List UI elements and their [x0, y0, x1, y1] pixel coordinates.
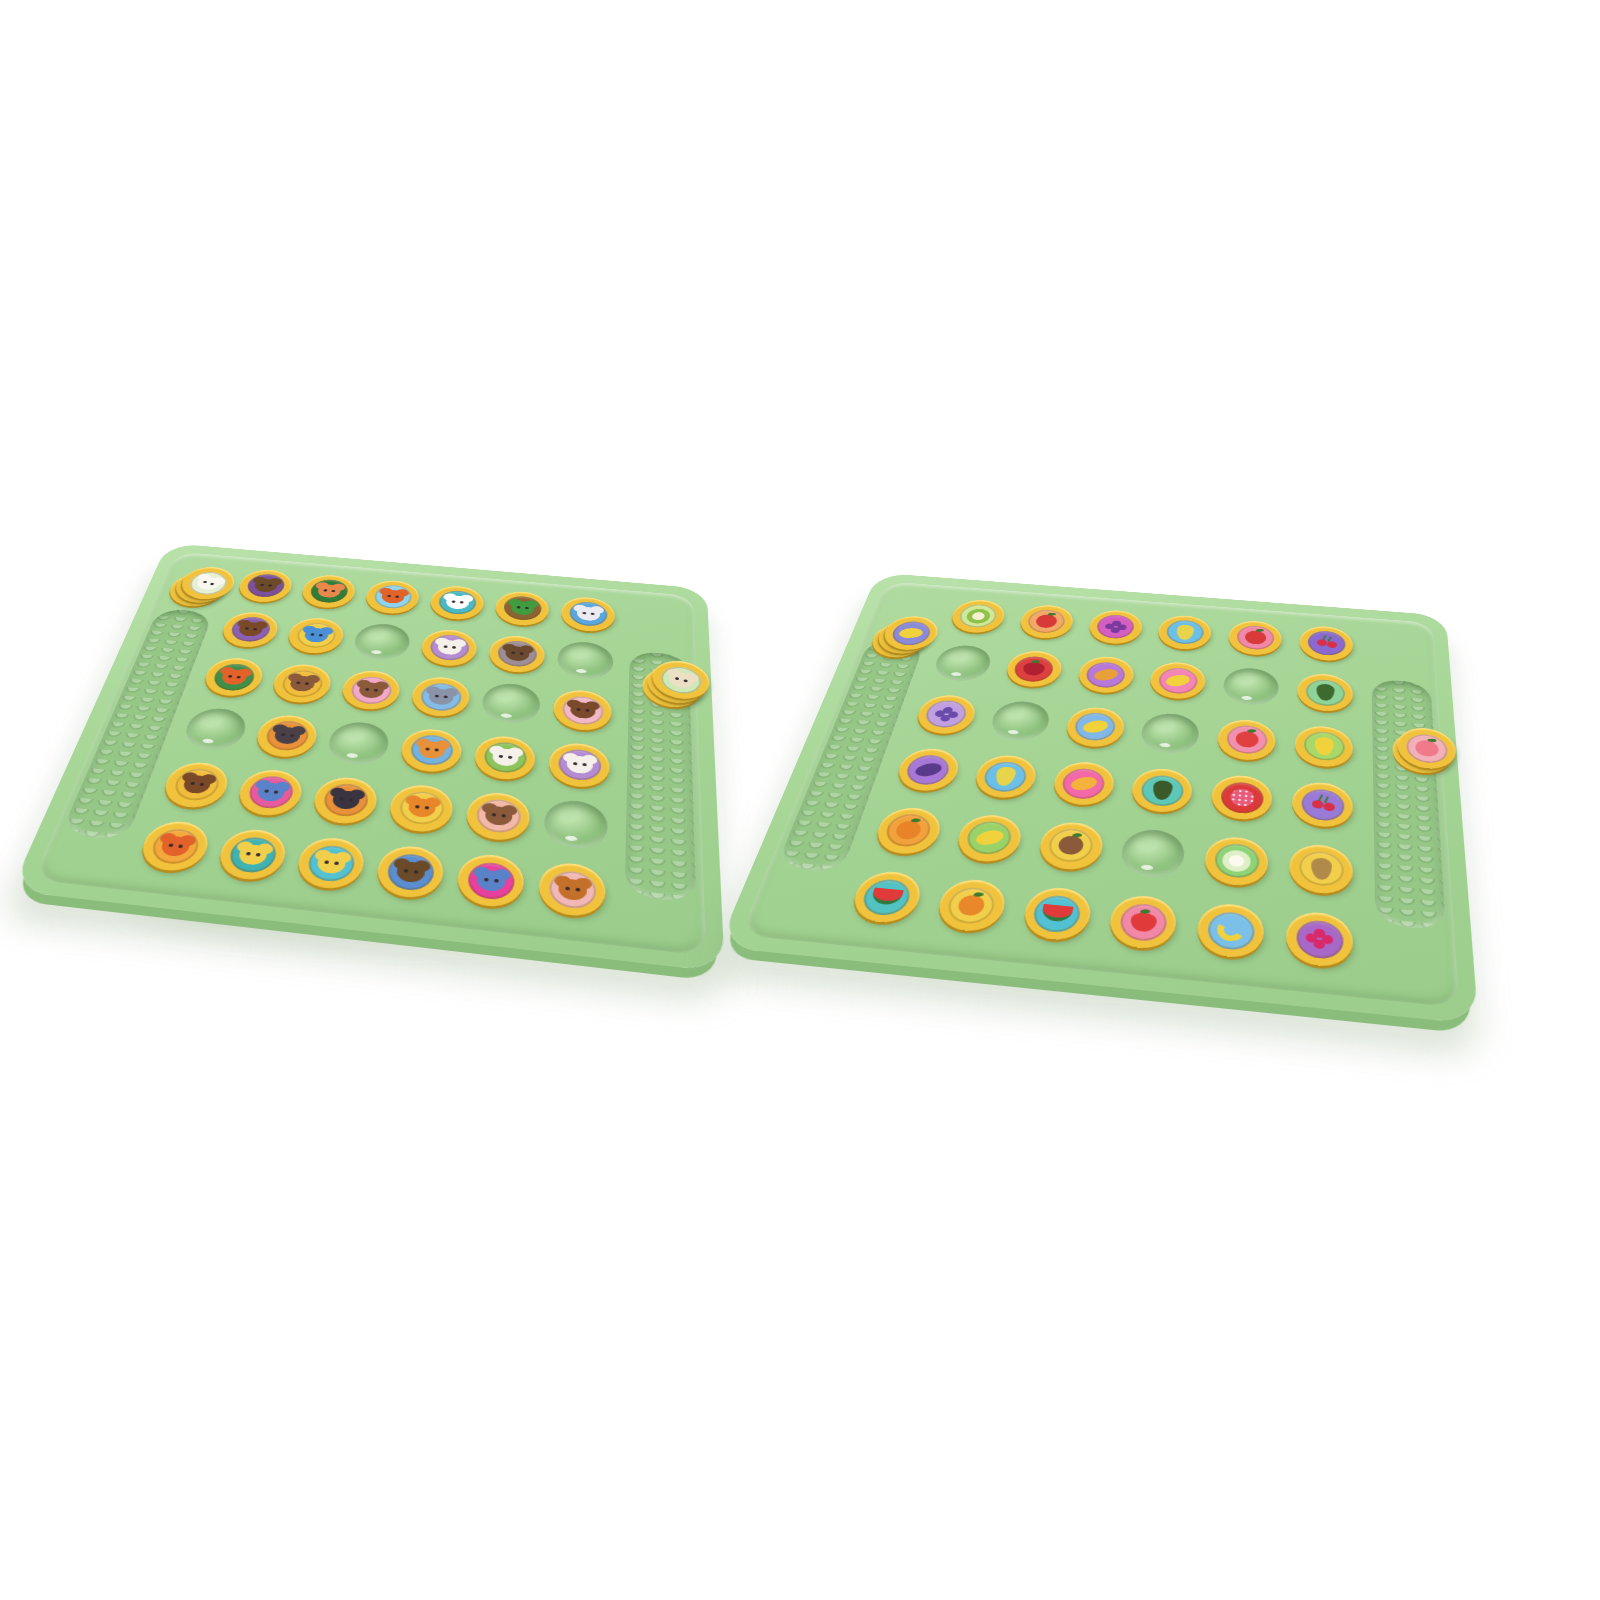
- board-slot: [975, 691, 1064, 751]
- pear-icon: [994, 766, 1018, 786]
- tile-face: [1236, 624, 1275, 650]
- board-slot: [528, 852, 614, 929]
- tile-face: [1298, 850, 1343, 888]
- board-slot: [276, 610, 355, 662]
- rabbit-icon: [445, 595, 470, 610]
- tile-face: [1095, 614, 1136, 640]
- tile-face: [1118, 902, 1169, 943]
- empty-dimple[interactable]: [325, 720, 393, 767]
- tile-face: [557, 748, 601, 782]
- walrus-icon: [288, 675, 316, 692]
- tile-face: [1301, 787, 1344, 822]
- mouse-icon: [272, 726, 301, 745]
- moose-icon: [557, 878, 587, 901]
- tile-face: [1012, 655, 1056, 683]
- dragonfruit-icon: [1229, 788, 1254, 807]
- board-slot: [480, 628, 554, 682]
- tile-face: [482, 740, 528, 774]
- tile-watermelon[interactable]: [1019, 885, 1093, 942]
- tile-face: [1139, 774, 1185, 808]
- tile-cherry[interactable]: [1291, 781, 1352, 830]
- tile-tiger-cub[interactable]: [386, 783, 455, 835]
- tile-face: [1213, 842, 1260, 879]
- tile-pear[interactable]: [1294, 724, 1353, 769]
- tile-face: [1219, 781, 1264, 815]
- tile-face: [882, 813, 935, 849]
- board-slot: [290, 567, 366, 615]
- tile-face: [418, 681, 463, 712]
- board-slot: [1006, 875, 1107, 955]
- board-slot: [1006, 596, 1087, 647]
- tile-eggplant[interactable]: [893, 747, 964, 793]
- tile-lemon[interactable]: [1063, 705, 1127, 748]
- board-slot: [1037, 751, 1127, 817]
- tile-face: [307, 578, 350, 604]
- board-slot: [401, 668, 480, 726]
- tile-horse[interactable]: [338, 669, 403, 712]
- coconut-icon: [1057, 835, 1085, 856]
- lemon-icon: [1164, 673, 1192, 688]
- fox-icon: [219, 669, 248, 686]
- board-slot: [1183, 891, 1277, 973]
- chick-icon: [236, 843, 269, 865]
- kiwi-icon: [1222, 849, 1252, 873]
- tile-turtle[interactable]: [494, 590, 551, 628]
- tile-duck[interactable]: [293, 835, 368, 891]
- tile-banana[interactable]: [1195, 902, 1265, 960]
- lemon-icon: [974, 828, 1005, 847]
- tile-face: [981, 760, 1030, 793]
- tile-face: [279, 669, 326, 699]
- tile-face: [1072, 712, 1117, 743]
- sheep-icon: [566, 755, 593, 774]
- board-slot: [1137, 653, 1217, 709]
- board-slot: [1094, 883, 1191, 964]
- cherry-icon: [1317, 639, 1327, 646]
- empty-dimple[interactable]: [351, 622, 413, 662]
- bird-icon: [302, 628, 329, 644]
- board-slot: [1191, 825, 1280, 899]
- tile-tiger[interactable]: [135, 819, 214, 874]
- tile-face: [293, 622, 338, 650]
- board-slot: [540, 733, 618, 797]
- brown-pear-icon: [1310, 857, 1331, 880]
- tile-pear[interactable]: [1156, 614, 1213, 651]
- tile-chick[interactable]: [214, 827, 291, 883]
- board-slot: [420, 578, 492, 627]
- board-slot: [1289, 617, 1362, 670]
- tile-face: [548, 869, 597, 910]
- tile-sheep[interactable]: [419, 628, 479, 668]
- tile-coconut[interactable]: [1035, 820, 1106, 872]
- tile-crab[interactable]: [363, 579, 422, 616]
- tile-dragonfruit[interactable]: [1210, 774, 1273, 822]
- board-slot: [355, 573, 429, 622]
- board-slot: [472, 675, 549, 733]
- tile-face: [944, 885, 998, 925]
- tile-face: [1225, 724, 1268, 755]
- tile-bear[interactable]: [373, 844, 446, 901]
- tile-face: [397, 790, 446, 827]
- tile-avocado[interactable]: [1297, 672, 1353, 713]
- tile-face: [1295, 918, 1343, 960]
- tile-face: [923, 699, 970, 729]
- tile-kiwi[interactable]: [1203, 835, 1269, 888]
- tile-face: [262, 719, 311, 752]
- board-slot: [260, 656, 343, 713]
- tile-avocado[interactable]: [1129, 767, 1194, 815]
- board-slot: [1212, 659, 1290, 716]
- pig-icon: [316, 584, 342, 599]
- tile-face: [170, 767, 223, 802]
- watermelon-icon: [870, 888, 904, 906]
- tile-face: [1031, 894, 1084, 934]
- tile-panda[interactable]: [309, 775, 380, 826]
- tile-lime[interactable]: [947, 598, 1008, 634]
- tile-orange[interactable]: [933, 877, 1010, 933]
- tile-face: [568, 601, 607, 628]
- tile-face: [474, 798, 522, 835]
- koala-icon: [427, 688, 454, 706]
- tile-face: [1206, 910, 1255, 951]
- tile-face: [1307, 630, 1345, 657]
- tile-apple[interactable]: [1216, 718, 1276, 762]
- tile-face: [657, 663, 705, 698]
- board-slot: [283, 827, 377, 901]
- animal-board: [11, 543, 725, 973]
- pear-icon: [1314, 736, 1333, 755]
- tile-face: [372, 584, 414, 610]
- tile-face: [1165, 619, 1205, 645]
- tile-face: [859, 877, 915, 916]
- tile-pig[interactable]: [298, 573, 358, 610]
- tile-orange[interactable]: [871, 805, 945, 856]
- tile-mango[interactable]: [1050, 760, 1117, 807]
- tile-face: [304, 843, 357, 883]
- tile-face: [1025, 609, 1067, 635]
- apple-icon: [1235, 731, 1259, 749]
- board-slot: [455, 782, 539, 852]
- crab-icon: [380, 589, 405, 604]
- token-stack[interactable]: [643, 667, 701, 710]
- tile-walrus[interactable]: [269, 662, 335, 705]
- tile-grapes[interactable]: [1086, 609, 1144, 646]
- tile-face: [147, 827, 203, 866]
- board-slot: [1287, 664, 1363, 721]
- board-slot: [1205, 709, 1286, 771]
- tile-face: [245, 775, 297, 811]
- cat-icon: [252, 578, 278, 592]
- board-slot: [364, 835, 455, 910]
- tile-face: [886, 618, 936, 648]
- tile-cherry[interactable]: [1299, 624, 1353, 662]
- tile-grapes[interactable]: [913, 693, 980, 736]
- tiger-icon: [158, 835, 191, 857]
- hippo-icon: [255, 782, 286, 802]
- tile-sheep[interactable]: [548, 741, 611, 790]
- board-slot: [939, 803, 1037, 875]
- board-slot: [411, 622, 487, 675]
- tile-boar[interactable]: [487, 634, 546, 675]
- tile-pineapple[interactable]: [1075, 655, 1136, 695]
- tile-face: [502, 595, 542, 622]
- tile-face: [1157, 666, 1199, 694]
- board-slot: [446, 843, 535, 919]
- tile-apple[interactable]: [1227, 619, 1282, 656]
- tile-mouse[interactable]: [252, 713, 321, 760]
- empty-dimple[interactable]: [556, 640, 613, 681]
- board-slot: [1051, 697, 1137, 758]
- lion-icon: [417, 740, 445, 759]
- panda-icon: [330, 790, 360, 811]
- board-slot: [343, 616, 420, 669]
- tile-bear[interactable]: [159, 760, 234, 810]
- board-slot: [549, 633, 621, 687]
- lemon-icon: [1081, 719, 1110, 735]
- board-slot: [1284, 716, 1363, 779]
- token-stack[interactable]: [1392, 730, 1452, 775]
- avocado-icon: [1316, 684, 1334, 702]
- cow-icon: [491, 748, 519, 767]
- tile-face: [465, 860, 515, 901]
- tile-fox[interactable]: [200, 656, 268, 698]
- tile-hippo[interactable]: [455, 852, 526, 910]
- tile-face: [496, 640, 538, 669]
- tile-strawberry[interactable]: [1002, 649, 1064, 688]
- tile-face: [1303, 730, 1344, 762]
- board-slot: [389, 719, 472, 782]
- tile-cow[interactable]: [472, 734, 536, 782]
- tile-strawberry[interactable]: [1107, 894, 1179, 952]
- empty-dimple[interactable]: [1139, 712, 1201, 756]
- board-slot: [464, 726, 544, 790]
- tile-face: [384, 852, 436, 892]
- tile-lion[interactable]: [398, 727, 464, 775]
- tile-face: [210, 662, 258, 692]
- board-slot: [1106, 817, 1198, 890]
- pear-icon: [1175, 624, 1194, 640]
- tile-face: [561, 695, 603, 727]
- tile-face: [227, 616, 273, 644]
- board-slot: [316, 712, 401, 774]
- strawberry-icon: [1129, 911, 1157, 932]
- board-slot: [991, 642, 1075, 697]
- empty-dimple[interactable]: [1119, 827, 1187, 879]
- tile-face: [348, 675, 394, 706]
- hippo-icon: [475, 869, 505, 892]
- lime-icon: [965, 608, 992, 624]
- tile-moose[interactable]: [537, 861, 606, 919]
- tile-lemon[interactable]: [953, 813, 1026, 864]
- board-slot: [1217, 612, 1291, 664]
- board-slot: [958, 744, 1051, 810]
- tile-face: [320, 782, 370, 818]
- tile-face: [1060, 767, 1107, 800]
- tile-lemon[interactable]: [1148, 661, 1207, 701]
- apple-icon: [1244, 630, 1266, 645]
- tile-face: [408, 733, 455, 767]
- board-slot: [1064, 647, 1146, 703]
- tile-face: [1404, 731, 1448, 765]
- lemon-icon: [899, 628, 924, 639]
- tile-goat[interactable]: [560, 595, 615, 633]
- tile-face: [183, 568, 233, 597]
- raspberry-icon: [1314, 929, 1326, 939]
- board-slot: [300, 767, 389, 835]
- orange-icon: [956, 894, 986, 916]
- tile-cat[interactable]: [234, 568, 296, 604]
- sheep-icon: [436, 640, 462, 656]
- board-slot: [1076, 602, 1155, 653]
- cherry-icon: [1311, 799, 1323, 808]
- board-slot: [1281, 771, 1364, 839]
- tile-face: [957, 603, 1000, 629]
- board-slot: [1273, 899, 1364, 982]
- tile-bird[interactable]: [284, 616, 347, 655]
- tile-face: [1046, 827, 1096, 864]
- board-slot: [544, 681, 619, 740]
- peach-icon: [1414, 738, 1439, 757]
- tile-dog[interactable]: [218, 610, 282, 649]
- tile-face: [1305, 678, 1345, 707]
- bear-icon: [395, 860, 426, 883]
- pineapple-icon: [1092, 667, 1120, 682]
- tile-face: [903, 753, 953, 786]
- bear-icon: [181, 775, 213, 795]
- mango-icon: [1069, 775, 1099, 792]
- tile-face: [428, 634, 471, 662]
- deer-icon: [484, 806, 513, 827]
- tile-apple[interactable]: [1016, 603, 1076, 639]
- apple-icon: [1035, 614, 1059, 628]
- board-slot: [1277, 832, 1364, 907]
- board-slot: [330, 662, 411, 719]
- product-photo-canvas: [0, 0, 1600, 1600]
- board-slot: [534, 790, 616, 860]
- eggplant-icon: [914, 761, 943, 778]
- tile-face: [436, 589, 477, 615]
- board-slot: [1128, 703, 1212, 764]
- tile-watermelon[interactable]: [847, 870, 926, 926]
- tile-raspberry[interactable]: [1285, 910, 1353, 969]
- board-slot: [377, 775, 464, 844]
- boar-icon: [504, 646, 529, 662]
- hedgehog-icon: [569, 701, 595, 719]
- turtle-icon: [510, 601, 534, 616]
- empty-dimple[interactable]: [180, 706, 251, 752]
- goat-icon: [666, 670, 695, 690]
- empty-dimple[interactable]: [543, 798, 609, 851]
- board-slot: [1118, 758, 1206, 825]
- tile-brown-pear[interactable]: [1288, 842, 1352, 896]
- empty-dimple[interactable]: [987, 699, 1052, 742]
- tile-deer[interactable]: [464, 790, 532, 843]
- tile-face: [244, 573, 288, 599]
- fruit-board: [718, 573, 1479, 1025]
- watermelon-icon: [1041, 904, 1074, 923]
- empty-dimple[interactable]: [480, 682, 542, 726]
- board-slot: [1199, 764, 1284, 832]
- strawberry-icon: [1022, 662, 1046, 676]
- board-slot: [553, 589, 622, 639]
- avocado-icon: [1151, 780, 1173, 801]
- tile-face: [225, 835, 279, 874]
- tile-face: [964, 820, 1015, 856]
- orange-icon: [894, 820, 924, 840]
- horse-icon: [357, 681, 385, 698]
- grapes-icon: [942, 707, 954, 714]
- tile-hippo[interactable]: [234, 767, 307, 818]
- tile-koala[interactable]: [409, 675, 472, 719]
- dog-icon: [237, 622, 264, 638]
- cow-face-icon: [193, 575, 222, 592]
- tile-rabbit[interactable]: [428, 584, 486, 621]
- empty-dimple[interactable]: [1222, 666, 1280, 707]
- goat-icon: [576, 606, 600, 621]
- board-slot: [1022, 810, 1117, 883]
- board-slot: [486, 584, 557, 634]
- tile-hedgehog[interactable]: [552, 688, 612, 733]
- tile-pear[interactable]: [971, 753, 1040, 800]
- tiger-cub-icon: [407, 798, 437, 819]
- banana-icon: [1215, 918, 1248, 943]
- duck-icon: [315, 852, 347, 875]
- board-slot: [1146, 607, 1223, 659]
- empty-dimple[interactable]: [931, 644, 995, 683]
- tile-face: [1084, 661, 1127, 689]
- grapes-icon: [1111, 620, 1121, 626]
